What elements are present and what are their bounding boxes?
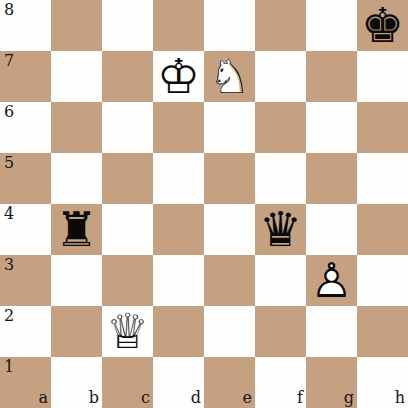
file-label-h: h xyxy=(395,390,405,406)
file-label-d: d xyxy=(191,390,201,406)
square-e5[interactable] xyxy=(204,153,255,204)
square-a1[interactable]: 1a xyxy=(0,357,51,408)
square-h7[interactable] xyxy=(357,51,408,102)
piece-black-rook[interactable]: ♜ xyxy=(51,204,102,255)
white-knight-icon: ♘ xyxy=(204,51,255,102)
square-d7[interactable]: ♚♔ xyxy=(153,51,204,102)
rank-label-8: 8 xyxy=(4,2,14,18)
square-g6[interactable] xyxy=(306,102,357,153)
rank-label-6: 6 xyxy=(4,104,14,120)
piece-white-queen[interactable]: ♛♕ xyxy=(102,306,153,357)
piece-white-pawn[interactable]: ♟♙ xyxy=(306,255,357,306)
square-h4[interactable] xyxy=(357,204,408,255)
square-b6[interactable] xyxy=(51,102,102,153)
white-pawn-icon: ♙ xyxy=(306,255,357,306)
square-a4[interactable]: 4 xyxy=(0,204,51,255)
square-c8[interactable] xyxy=(102,0,153,51)
square-e1[interactable]: e xyxy=(204,357,255,408)
piece-black-queen[interactable]: ♛ xyxy=(255,204,306,255)
white-queen-icon: ♕ xyxy=(102,306,153,357)
square-g7[interactable] xyxy=(306,51,357,102)
square-d2[interactable] xyxy=(153,306,204,357)
square-c2[interactable]: ♛♕ xyxy=(102,306,153,357)
square-b5[interactable] xyxy=(51,153,102,204)
square-b2[interactable] xyxy=(51,306,102,357)
square-g4[interactable] xyxy=(306,204,357,255)
square-g1[interactable]: g xyxy=(306,357,357,408)
square-g3[interactable]: ♟♙ xyxy=(306,255,357,306)
piece-white-king[interactable]: ♚♔ xyxy=(153,51,204,102)
square-e4[interactable] xyxy=(204,204,255,255)
piece-black-king[interactable]: ♚ xyxy=(357,0,408,51)
rank-label-4: 4 xyxy=(4,206,14,222)
square-h1[interactable]: h xyxy=(357,357,408,408)
square-f3[interactable] xyxy=(255,255,306,306)
rank-label-7: 7 xyxy=(4,53,14,69)
square-f6[interactable] xyxy=(255,102,306,153)
square-b3[interactable] xyxy=(51,255,102,306)
square-a2[interactable]: 2 xyxy=(0,306,51,357)
file-label-c: c xyxy=(141,390,150,406)
square-c3[interactable] xyxy=(102,255,153,306)
square-g2[interactable] xyxy=(306,306,357,357)
square-f7[interactable] xyxy=(255,51,306,102)
square-e2[interactable] xyxy=(204,306,255,357)
rank-label-1: 1 xyxy=(4,359,14,375)
square-e3[interactable] xyxy=(204,255,255,306)
square-d6[interactable] xyxy=(153,102,204,153)
square-d5[interactable] xyxy=(153,153,204,204)
piece-white-knight[interactable]: ♞♘ xyxy=(204,51,255,102)
square-c6[interactable] xyxy=(102,102,153,153)
square-e6[interactable] xyxy=(204,102,255,153)
chess-board: 8♚7♚♔♞♘654♜♛3♟♙2♛♕1abcdefgh xyxy=(0,0,408,408)
square-d4[interactable] xyxy=(153,204,204,255)
file-label-a: a xyxy=(38,390,48,406)
square-a3[interactable]: 3 xyxy=(0,255,51,306)
square-c7[interactable] xyxy=(102,51,153,102)
square-d8[interactable] xyxy=(153,0,204,51)
square-c4[interactable] xyxy=(102,204,153,255)
square-c1[interactable]: c xyxy=(102,357,153,408)
square-f1[interactable]: f xyxy=(255,357,306,408)
square-b4[interactable]: ♜ xyxy=(51,204,102,255)
rank-label-3: 3 xyxy=(4,257,14,273)
white-king-icon: ♔ xyxy=(153,51,204,102)
square-e7[interactable]: ♞♘ xyxy=(204,51,255,102)
square-a8[interactable]: 8 xyxy=(0,0,51,51)
square-h8[interactable]: ♚ xyxy=(357,0,408,51)
square-b1[interactable]: b xyxy=(51,357,102,408)
square-d1[interactable]: d xyxy=(153,357,204,408)
file-label-f: f xyxy=(297,390,303,406)
square-e8[interactable] xyxy=(204,0,255,51)
square-b7[interactable] xyxy=(51,51,102,102)
square-g8[interactable] xyxy=(306,0,357,51)
square-a6[interactable]: 6 xyxy=(0,102,51,153)
square-f4[interactable]: ♛ xyxy=(255,204,306,255)
square-b8[interactable] xyxy=(51,0,102,51)
rank-label-2: 2 xyxy=(4,308,14,324)
black-rook-icon: ♜ xyxy=(51,204,102,255)
square-f2[interactable] xyxy=(255,306,306,357)
square-f5[interactable] xyxy=(255,153,306,204)
black-queen-icon: ♛ xyxy=(255,204,306,255)
rank-label-5: 5 xyxy=(4,155,14,171)
square-f8[interactable] xyxy=(255,0,306,51)
black-king-icon: ♚ xyxy=(357,0,408,51)
square-h6[interactable] xyxy=(357,102,408,153)
square-h5[interactable] xyxy=(357,153,408,204)
file-label-e: e xyxy=(243,390,252,406)
square-c5[interactable] xyxy=(102,153,153,204)
square-g5[interactable] xyxy=(306,153,357,204)
square-a7[interactable]: 7 xyxy=(0,51,51,102)
square-h3[interactable] xyxy=(357,255,408,306)
square-d3[interactable] xyxy=(153,255,204,306)
square-h2[interactable] xyxy=(357,306,408,357)
file-label-b: b xyxy=(89,390,99,406)
file-label-g: g xyxy=(344,390,354,406)
square-a5[interactable]: 5 xyxy=(0,153,51,204)
